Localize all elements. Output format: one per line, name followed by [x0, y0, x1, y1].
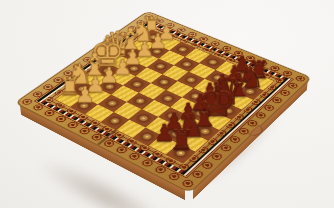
- piece-white-pawn[interactable]: ♟: [62, 57, 107, 106]
- photo-backdrop: ♜♟♟♜♞♟♟♞♝♟♟♝♛♟♟♛♚♟♟♚♝♟♟♝♞♟♟♞♜♟♟♜: [0, 0, 334, 208]
- chess-board: ♜♟♟♜♞♟♟♞♝♟♟♝♛♟♟♛♚♟♟♚♝♟♟♝♞♟♟♞♜♟♟♜: [16, 12, 310, 192]
- perspective-scene: ♜♟♟♜♞♟♟♞♝♟♟♝♛♟♟♛♚♟♟♚♝♟♟♝♞♟♟♞♜♟♟♜: [0, 0, 334, 208]
- piece-black-rook[interactable]: ♜: [157, 101, 205, 154]
